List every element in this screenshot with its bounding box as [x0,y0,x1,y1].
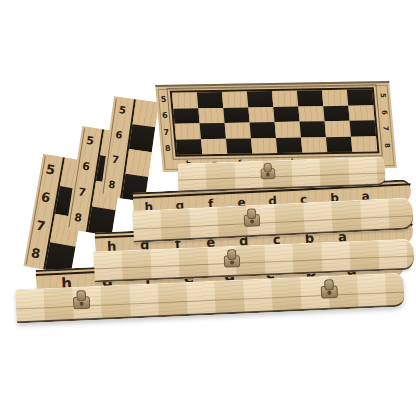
square-e6 [248,107,274,123]
box2-left-rank-margin: 5678 [100,96,158,201]
square-b8 [326,136,352,152]
square-b6 [323,105,349,121]
rank-label-6: 6 [157,107,172,124]
brass-clasp-icon [240,208,263,229]
square-b7 [325,121,351,137]
square-f5 [222,92,248,108]
square-e7 [250,122,276,138]
square-h7 [175,123,201,139]
brass-clasp-icon [70,289,94,311]
rank-label-5: 5 [373,87,391,103]
square-d5 [272,91,298,107]
rank-label-8: 8 [160,140,175,157]
square-d8 [276,137,302,153]
rank-label-7: 7 [159,124,174,141]
square-f7 [225,122,251,138]
square-c6 [298,106,324,122]
square-e8 [251,138,277,154]
rank-label-6: 6 [375,104,393,120]
edge-square-h5 [132,99,158,127]
brass-clasp-icon [317,278,341,300]
chess-board-grid [170,87,380,156]
rank-label-8: 8 [378,137,396,153]
square-h5 [172,92,198,108]
brass-clasp-icon [221,248,244,269]
square-d6 [273,106,299,122]
square-h8 [176,139,202,155]
square-a6 [348,105,374,121]
square-g8 [201,138,227,154]
square-a5 [347,89,373,105]
square-g7 [200,123,226,139]
square-f8 [226,138,252,154]
stacked-chess-boxes-photo: 5678 hgfedcba 5678 [0,0,416,416]
edge-square-h6 [129,124,155,152]
square-h6 [173,108,199,124]
square-c7 [300,121,326,137]
edge-square-h7 [126,149,152,177]
square-c5 [297,90,323,106]
square-g5 [197,92,223,108]
rank-label-7: 7 [376,120,394,136]
square-c8 [301,137,327,153]
square-a7 [350,120,376,136]
square-d7 [275,122,301,138]
square-e5 [247,91,273,107]
square-a8 [351,136,377,152]
brass-clasp-icon [258,162,279,181]
rank-label-5: 5 [156,91,171,108]
square-g6 [198,107,224,123]
square-f6 [223,107,249,123]
square-b5 [322,90,348,106]
